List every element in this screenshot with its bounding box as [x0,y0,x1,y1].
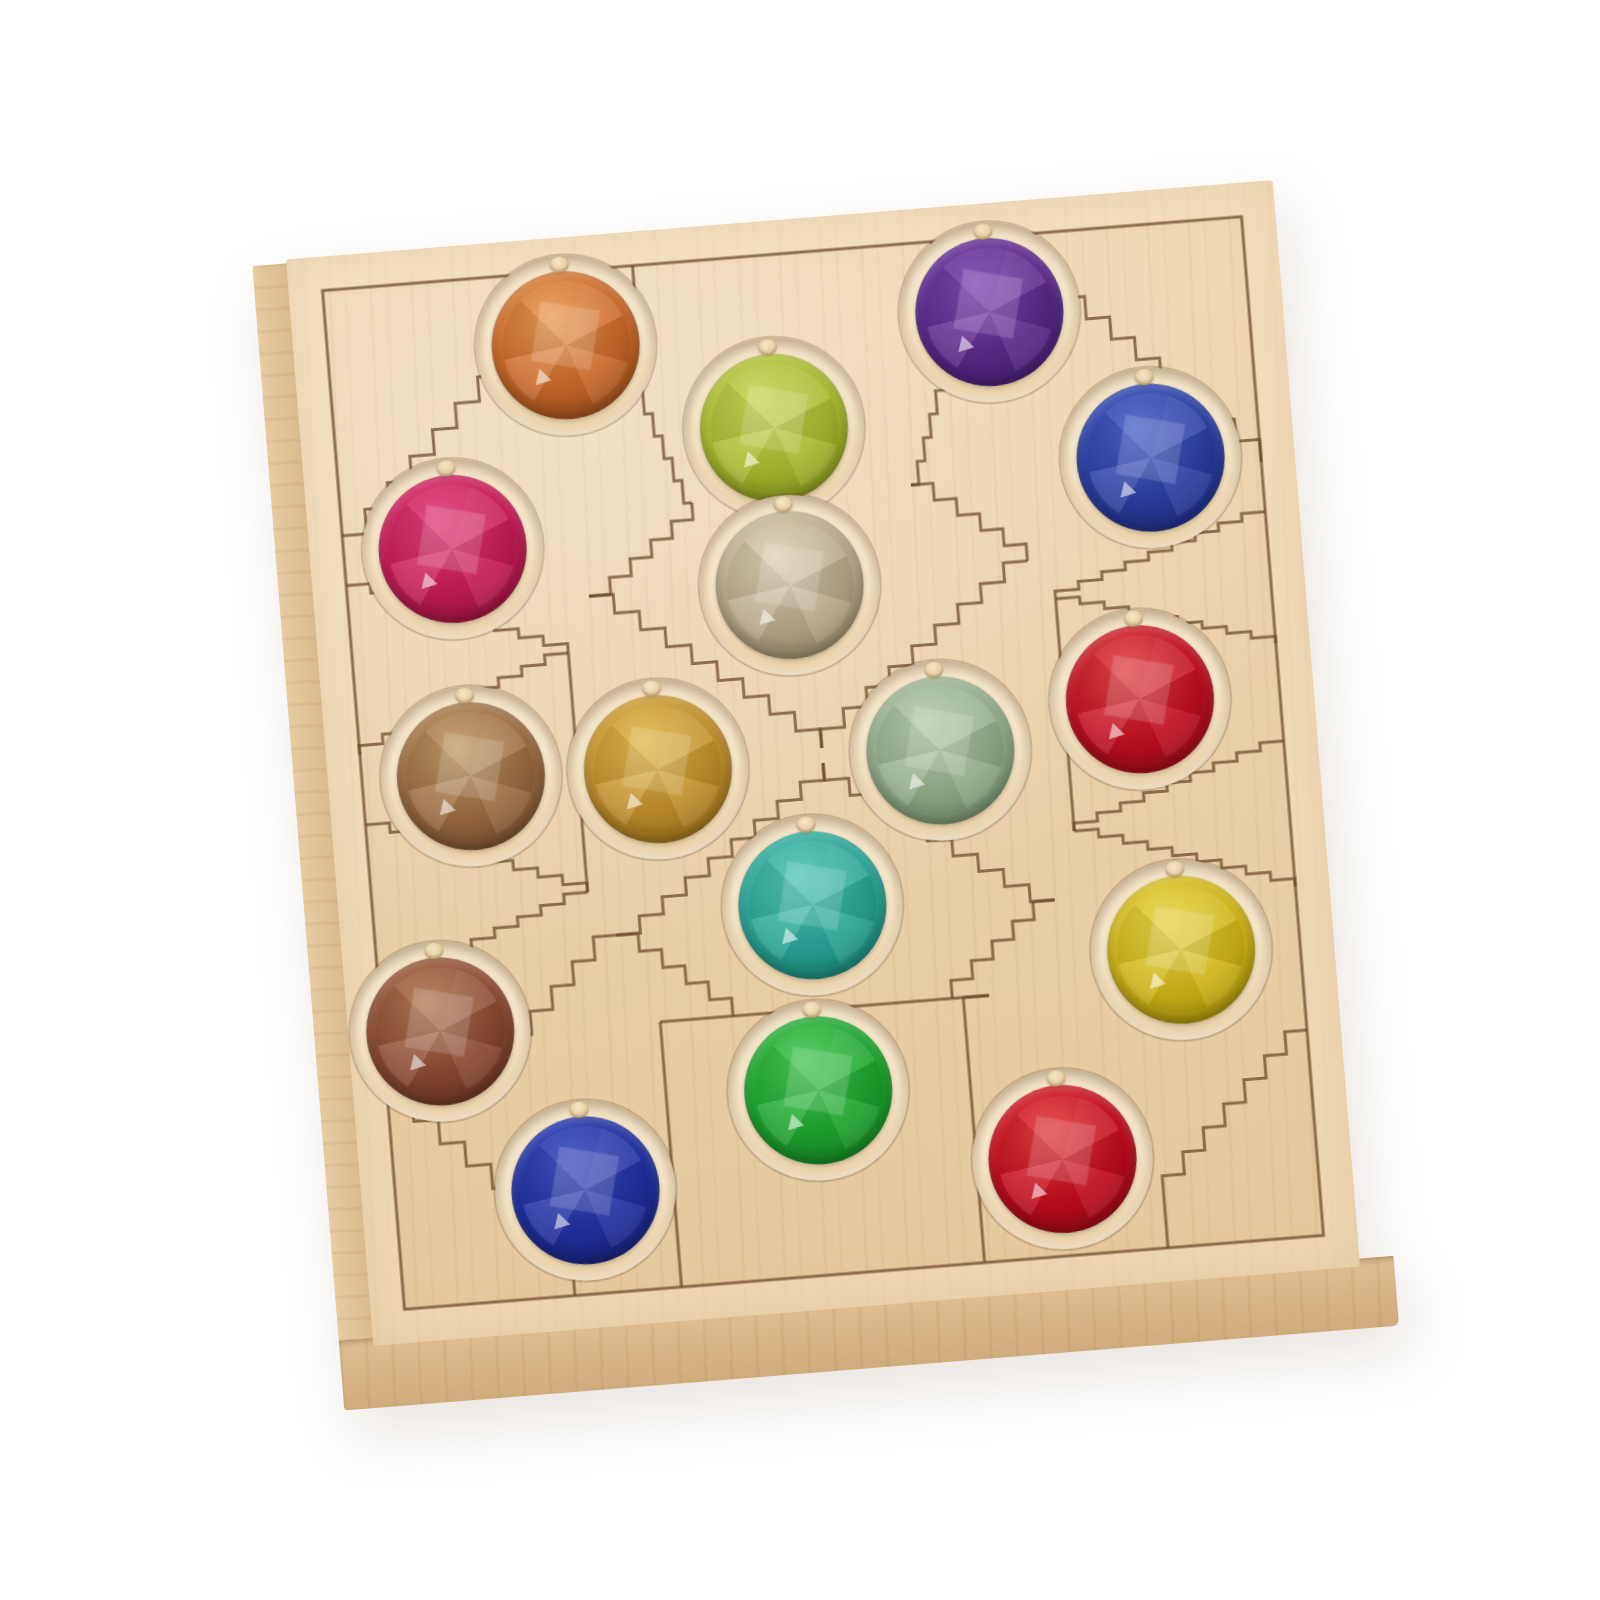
block-seam [582,503,698,597]
block-seam [1151,1030,1319,1198]
gem-center-facet-highlight [905,707,973,775]
gem-center-facet-highlight [1028,1116,1096,1184]
gem-orange [486,265,645,424]
gem-blue-bottom [506,1110,665,1269]
gem-green [739,1011,898,1170]
gem-blue-top [1071,378,1230,537]
block-seam [616,926,733,1025]
wooden-gem-tray [286,180,1360,1346]
block-seam [963,995,991,1023]
gem-center-facet-highlight [406,988,474,1056]
gem-brown [361,951,520,1110]
gem-center-facet-highlight [550,1147,618,1215]
gem-center-facet-highlight [784,1047,852,1115]
gem-purple [910,233,1069,392]
gem-tan-clear [710,506,869,665]
gem-red-right [1060,620,1219,779]
gem-center-facet-highlight [1116,415,1184,483]
gem-amber [578,690,737,849]
gem-center-facet-highlight [755,542,823,610]
block-seam [911,476,1027,570]
gem-center-facet-highlight [1146,907,1214,975]
block-seam [945,900,1062,999]
gem-center-facet-highlight [778,862,846,930]
gem-lime [694,348,853,507]
gem-teal [733,825,892,984]
gem-center-facet-highlight [739,385,807,453]
gem-center-facet-highlight [1105,656,1173,724]
gem-sage [860,671,1019,830]
gem-red-bottom [983,1080,1142,1239]
gem-center-facet-highlight [531,302,599,370]
gem-center-facet-highlight [436,733,504,801]
gem-brown-tan [391,696,550,855]
gem-center-facet-highlight [955,269,1023,337]
product-photo-stage [0,0,1600,1600]
gem-magenta [372,469,531,628]
block-seam [1164,1198,1168,1248]
gem-center-facet-highlight [417,506,485,574]
block-seam [643,388,692,506]
gem-yellow [1101,870,1260,1029]
tray-top-face [286,180,1360,1346]
gem-center-facet-highlight [623,727,691,795]
